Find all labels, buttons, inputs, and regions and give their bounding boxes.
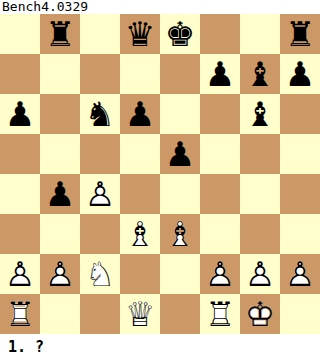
square-b4[interactable]: ♟ [40, 174, 80, 214]
square-f8[interactable] [200, 14, 240, 54]
black-bishop: ♝ [240, 94, 280, 134]
white-rook: ♜♖ [200, 294, 240, 334]
square-a3[interactable] [0, 214, 40, 254]
square-h5[interactable] [280, 134, 320, 174]
square-e4[interactable] [160, 174, 200, 214]
square-f5[interactable] [200, 134, 240, 174]
white-bishop: ♝♗ [120, 214, 160, 254]
square-h3[interactable] [280, 214, 320, 254]
square-h2[interactable]: ♟♙ [280, 254, 320, 294]
black-queen: ♛ [120, 14, 160, 54]
square-d8[interactable]: ♛ [120, 14, 160, 54]
white-pawn: ♟♙ [240, 254, 280, 294]
square-h1[interactable] [280, 294, 320, 334]
white-pawn: ♟♙ [0, 254, 40, 294]
square-b8[interactable]: ♜ [40, 14, 80, 54]
square-e6[interactable] [160, 94, 200, 134]
black-pawn: ♟ [200, 54, 240, 94]
square-g1[interactable]: ♚♔ [240, 294, 280, 334]
square-a2[interactable]: ♟♙ [0, 254, 40, 294]
square-a1[interactable]: ♜♖ [0, 294, 40, 334]
square-b3[interactable] [40, 214, 80, 254]
square-b2[interactable]: ♟♙ [40, 254, 80, 294]
benchmark-title: Bench4.0329 [0, 0, 320, 14]
square-a8[interactable] [0, 14, 40, 54]
square-a6[interactable]: ♟ [0, 94, 40, 134]
square-g4[interactable] [240, 174, 280, 214]
square-h6[interactable] [280, 94, 320, 134]
square-f7[interactable]: ♟ [200, 54, 240, 94]
square-c8[interactable] [80, 14, 120, 54]
chess-board: ♜♛♚♜♟♝♟♟♞♟♝♟♟♟♙♝♗♝♗♟♙♟♙♞♘♟♙♟♙♟♙♜♖♛♕♜♖♚♔ [0, 14, 320, 334]
square-e8[interactable]: ♚ [160, 14, 200, 54]
square-f2[interactable]: ♟♙ [200, 254, 240, 294]
square-a5[interactable] [0, 134, 40, 174]
square-c2[interactable]: ♞♘ [80, 254, 120, 294]
square-b5[interactable] [40, 134, 80, 174]
white-rook: ♜♖ [0, 294, 40, 334]
square-a4[interactable] [0, 174, 40, 214]
black-bishop: ♝ [240, 54, 280, 94]
square-c3[interactable] [80, 214, 120, 254]
square-g8[interactable] [240, 14, 280, 54]
square-c1[interactable] [80, 294, 120, 334]
square-h4[interactable] [280, 174, 320, 214]
white-knight: ♞♘ [80, 254, 120, 294]
white-pawn: ♟♙ [80, 174, 120, 214]
square-d6[interactable]: ♟ [120, 94, 160, 134]
square-e3[interactable]: ♝♗ [160, 214, 200, 254]
white-pawn: ♟♙ [40, 254, 80, 294]
square-h7[interactable]: ♟ [280, 54, 320, 94]
square-e2[interactable] [160, 254, 200, 294]
black-pawn: ♟ [40, 174, 80, 214]
square-g6[interactable]: ♝ [240, 94, 280, 134]
square-g3[interactable] [240, 214, 280, 254]
square-d3[interactable]: ♝♗ [120, 214, 160, 254]
move-prompt: 1. ? [0, 334, 320, 360]
black-pawn: ♟ [0, 94, 40, 134]
square-g2[interactable]: ♟♙ [240, 254, 280, 294]
black-pawn: ♟ [280, 54, 320, 94]
black-rook: ♜ [40, 14, 80, 54]
black-pawn: ♟ [160, 134, 200, 174]
square-e1[interactable] [160, 294, 200, 334]
square-g7[interactable]: ♝ [240, 54, 280, 94]
square-b7[interactable] [40, 54, 80, 94]
square-f3[interactable] [200, 214, 240, 254]
square-e5[interactable]: ♟ [160, 134, 200, 174]
square-b1[interactable] [40, 294, 80, 334]
square-f1[interactable]: ♜♖ [200, 294, 240, 334]
black-pawn: ♟ [120, 94, 160, 134]
black-knight: ♞ [80, 94, 120, 134]
square-c5[interactable] [80, 134, 120, 174]
square-b6[interactable] [40, 94, 80, 134]
square-g5[interactable] [240, 134, 280, 174]
square-d5[interactable] [120, 134, 160, 174]
square-c7[interactable] [80, 54, 120, 94]
square-h8[interactable]: ♜ [280, 14, 320, 54]
square-d2[interactable] [120, 254, 160, 294]
white-king: ♚♔ [240, 294, 280, 334]
white-queen: ♛♕ [120, 294, 160, 334]
white-pawn: ♟♙ [200, 254, 240, 294]
black-rook: ♜ [280, 14, 320, 54]
square-c6[interactable]: ♞ [80, 94, 120, 134]
black-king: ♚ [160, 14, 200, 54]
square-c4[interactable]: ♟♙ [80, 174, 120, 214]
white-pawn: ♟♙ [280, 254, 320, 294]
square-d1[interactable]: ♛♕ [120, 294, 160, 334]
square-f6[interactable] [200, 94, 240, 134]
square-e7[interactable] [160, 54, 200, 94]
white-bishop: ♝♗ [160, 214, 200, 254]
square-d7[interactable] [120, 54, 160, 94]
square-a7[interactable] [0, 54, 40, 94]
square-f4[interactable] [200, 174, 240, 214]
square-d4[interactable] [120, 174, 160, 214]
